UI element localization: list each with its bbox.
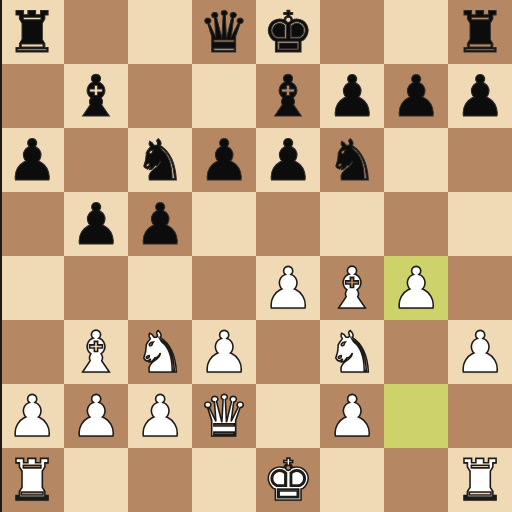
square-f4[interactable]: ♝ [320, 256, 384, 320]
piece-white-rook-a1[interactable]: ♜ [6, 448, 57, 512]
square-e5[interactable] [256, 192, 320, 256]
square-f2[interactable]: ♟ [320, 384, 384, 448]
square-a5[interactable] [0, 192, 64, 256]
square-f6[interactable]: ♞ [320, 128, 384, 192]
square-h7[interactable]: ♟ [448, 64, 512, 128]
square-h8[interactable]: ♜ [448, 0, 512, 64]
piece-black-king-e8[interactable]: ♚ [262, 0, 313, 64]
square-c8[interactable] [128, 0, 192, 64]
square-f8[interactable] [320, 0, 384, 64]
piece-white-rook-h1[interactable]: ♜ [454, 448, 505, 512]
square-g2[interactable] [384, 384, 448, 448]
square-e1[interactable]: ♚ [256, 448, 320, 512]
square-d1[interactable] [192, 448, 256, 512]
square-b5[interactable]: ♟ [64, 192, 128, 256]
square-b7[interactable]: ♝ [64, 64, 128, 128]
piece-white-queen-d2[interactable]: ♛ [198, 384, 249, 448]
square-a7[interactable] [0, 64, 64, 128]
square-g5[interactable] [384, 192, 448, 256]
square-c3[interactable]: ♞ [128, 320, 192, 384]
piece-black-bishop-b7[interactable]: ♝ [70, 64, 121, 128]
square-a3[interactable] [0, 320, 64, 384]
square-e4[interactable]: ♟ [256, 256, 320, 320]
square-f1[interactable] [320, 448, 384, 512]
square-b2[interactable]: ♟ [64, 384, 128, 448]
chess-board-container: ♜♛♚♜♝♝♟♟♟♟♞♟♟♞♟♟♟♝♟♝♞♟♞♟♟♟♟♛♟♜♚♜ [0, 0, 512, 512]
piece-black-queen-d8[interactable]: ♛ [198, 0, 249, 64]
square-h2[interactable] [448, 384, 512, 448]
piece-white-pawn-g4[interactable]: ♟ [390, 256, 441, 320]
square-g7[interactable]: ♟ [384, 64, 448, 128]
square-d4[interactable] [192, 256, 256, 320]
square-d6[interactable]: ♟ [192, 128, 256, 192]
square-a2[interactable]: ♟ [0, 384, 64, 448]
square-h5[interactable] [448, 192, 512, 256]
square-c7[interactable] [128, 64, 192, 128]
piece-black-pawn-c5[interactable]: ♟ [134, 192, 185, 256]
piece-black-knight-c6[interactable]: ♞ [134, 128, 185, 192]
piece-white-king-e1[interactable]: ♚ [262, 448, 313, 512]
square-h1[interactable]: ♜ [448, 448, 512, 512]
piece-white-pawn-d3[interactable]: ♟ [198, 320, 249, 384]
square-c4[interactable] [128, 256, 192, 320]
square-g4[interactable]: ♟ [384, 256, 448, 320]
square-f5[interactable] [320, 192, 384, 256]
piece-black-pawn-d6[interactable]: ♟ [198, 128, 249, 192]
square-g1[interactable] [384, 448, 448, 512]
square-a8[interactable]: ♜ [0, 0, 64, 64]
piece-black-pawn-e6[interactable]: ♟ [262, 128, 313, 192]
piece-black-knight-f6[interactable]: ♞ [326, 128, 377, 192]
square-g6[interactable] [384, 128, 448, 192]
piece-black-rook-a8[interactable]: ♜ [6, 0, 57, 64]
piece-white-knight-f3[interactable]: ♞ [326, 320, 377, 384]
piece-black-rook-h8[interactable]: ♜ [454, 0, 505, 64]
square-d5[interactable] [192, 192, 256, 256]
square-g8[interactable] [384, 0, 448, 64]
piece-white-pawn-c2[interactable]: ♟ [134, 384, 185, 448]
square-b6[interactable] [64, 128, 128, 192]
piece-white-pawn-b2[interactable]: ♟ [70, 384, 121, 448]
piece-white-pawn-f2[interactable]: ♟ [326, 384, 377, 448]
square-b8[interactable] [64, 0, 128, 64]
piece-black-pawn-b5[interactable]: ♟ [70, 192, 121, 256]
square-b3[interactable]: ♝ [64, 320, 128, 384]
piece-white-pawn-a2[interactable]: ♟ [6, 384, 57, 448]
board-left-edge [0, 0, 2, 512]
square-c6[interactable]: ♞ [128, 128, 192, 192]
square-d3[interactable]: ♟ [192, 320, 256, 384]
square-d7[interactable] [192, 64, 256, 128]
square-a4[interactable] [0, 256, 64, 320]
square-e6[interactable]: ♟ [256, 128, 320, 192]
square-b4[interactable] [64, 256, 128, 320]
square-h4[interactable] [448, 256, 512, 320]
square-f3[interactable]: ♞ [320, 320, 384, 384]
square-d2[interactable]: ♛ [192, 384, 256, 448]
square-a1[interactable]: ♜ [0, 448, 64, 512]
square-d8[interactable]: ♛ [192, 0, 256, 64]
square-b1[interactable] [64, 448, 128, 512]
square-h6[interactable] [448, 128, 512, 192]
square-c1[interactable] [128, 448, 192, 512]
piece-black-bishop-e7[interactable]: ♝ [262, 64, 313, 128]
piece-white-knight-c3[interactable]: ♞ [134, 320, 185, 384]
piece-black-pawn-f7[interactable]: ♟ [326, 64, 377, 128]
square-e8[interactable]: ♚ [256, 0, 320, 64]
square-g3[interactable] [384, 320, 448, 384]
square-f7[interactable]: ♟ [320, 64, 384, 128]
square-e2[interactable] [256, 384, 320, 448]
square-c2[interactable]: ♟ [128, 384, 192, 448]
piece-white-pawn-h3[interactable]: ♟ [454, 320, 505, 384]
square-a6[interactable]: ♟ [0, 128, 64, 192]
piece-black-pawn-h7[interactable]: ♟ [454, 64, 505, 128]
piece-black-pawn-a6[interactable]: ♟ [6, 128, 57, 192]
square-e3[interactable] [256, 320, 320, 384]
square-c5[interactable]: ♟ [128, 192, 192, 256]
square-h3[interactable]: ♟ [448, 320, 512, 384]
piece-white-pawn-e4[interactable]: ♟ [262, 256, 313, 320]
square-e7[interactable]: ♝ [256, 64, 320, 128]
piece-black-pawn-g7[interactable]: ♟ [390, 64, 441, 128]
chess-board: ♜♛♚♜♝♝♟♟♟♟♞♟♟♞♟♟♟♝♟♝♞♟♞♟♟♟♟♛♟♜♚♜ [0, 0, 512, 512]
piece-white-bishop-b3[interactable]: ♝ [70, 320, 121, 384]
piece-white-bishop-f4[interactable]: ♝ [326, 256, 377, 320]
